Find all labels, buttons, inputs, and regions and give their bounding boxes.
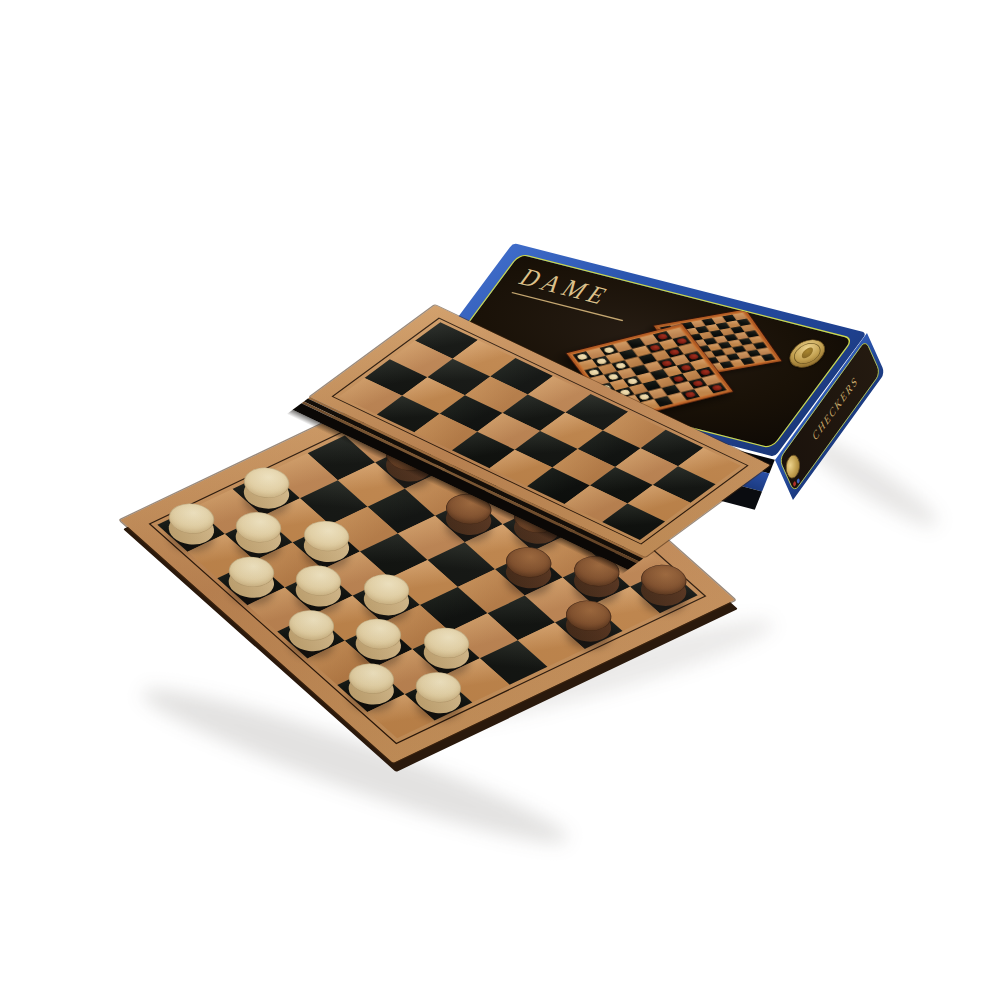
box-art-piece [699, 369, 711, 376]
box-art-piece [603, 347, 615, 354]
box-art-piece [711, 384, 723, 391]
box-art-piece [595, 358, 607, 365]
box-art-piece [615, 362, 627, 369]
light-checker[interactable] [287, 570, 351, 612]
dark-checker[interactable] [497, 552, 561, 594]
box-art-piece [638, 393, 650, 400]
box-art-piece [576, 353, 588, 360]
light-checker[interactable] [279, 615, 343, 657]
light-checker[interactable] [339, 668, 403, 710]
box-art-piece [656, 333, 668, 340]
box-art-piece [684, 391, 696, 398]
box-art-piece [626, 378, 638, 385]
box-art-piece [607, 373, 619, 380]
dark-checker[interactable] [557, 606, 621, 648]
box-art-piece [680, 364, 692, 371]
product-photo-scene: DAME CHECKERS [0, 0, 1000, 1000]
box-art-piece [661, 360, 673, 367]
light-checker[interactable] [414, 633, 478, 675]
box-title: DAME [513, 263, 618, 310]
light-checker[interactable] [219, 562, 283, 604]
light-checker[interactable] [159, 508, 223, 550]
light-checker[interactable] [407, 677, 471, 719]
light-checker[interactable] [234, 472, 298, 514]
light-checker[interactable] [354, 579, 418, 621]
dark-checker[interactable] [632, 570, 696, 612]
box-art-piece [692, 380, 704, 387]
box-art-piece [687, 353, 699, 360]
box-art-piece [649, 344, 661, 351]
light-checker[interactable] [347, 624, 411, 666]
box-art-piece [672, 376, 684, 383]
light-checker[interactable] [227, 517, 291, 559]
box-art-piece [588, 369, 600, 376]
box-art-piece [676, 338, 688, 345]
gold-seal [783, 336, 832, 371]
light-checker[interactable] [294, 526, 358, 568]
box-art-piece [668, 349, 680, 356]
